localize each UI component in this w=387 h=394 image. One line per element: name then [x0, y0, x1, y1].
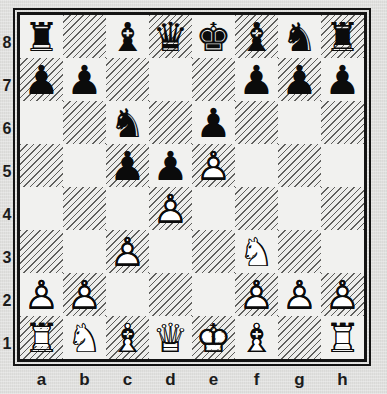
rank-label-5: 5: [0, 150, 14, 193]
file-label-f: f: [235, 370, 278, 390]
rank-label-4: 4: [0, 193, 14, 236]
square-c8: ♝: [106, 15, 149, 58]
square-e6: ♟: [192, 101, 235, 144]
file-label-c: c: [106, 370, 149, 390]
square-b7: ♟: [63, 58, 106, 101]
square-d6: [149, 101, 192, 144]
file-label-a: a: [20, 370, 63, 390]
file-label-g: g: [278, 370, 321, 390]
piece-white-queen: ♕: [149, 316, 192, 359]
square-c7: [106, 58, 149, 101]
file-label-d: d: [149, 370, 192, 390]
square-c3: ♟♙: [106, 230, 149, 273]
square-f1: ♝♗: [235, 316, 278, 359]
square-d7: [149, 58, 192, 101]
piece-black-pawn: ♟: [20, 58, 63, 101]
square-b6: [63, 101, 106, 144]
square-e3: [192, 230, 235, 273]
square-h1: ♜♖: [321, 316, 364, 359]
square-h2: ♟♙: [321, 273, 364, 316]
file-label-e: e: [192, 370, 235, 390]
square-a6: [20, 101, 63, 144]
file-labels: abcdefgh: [20, 370, 364, 390]
rank-label-3: 3: [0, 236, 14, 279]
square-h5: [321, 144, 364, 187]
square-h6: [321, 101, 364, 144]
square-g4: [278, 187, 321, 230]
rank-label-2: 2: [0, 279, 14, 322]
square-f5: [235, 144, 278, 187]
square-f7: ♟: [235, 58, 278, 101]
piece-white-pawn: ♙: [106, 230, 149, 273]
square-g6: [278, 101, 321, 144]
piece-black-bishop: ♝: [106, 15, 149, 58]
square-a4: [20, 187, 63, 230]
square-a3: [20, 230, 63, 273]
square-a7: ♟: [20, 58, 63, 101]
square-f8: ♝: [235, 15, 278, 58]
square-g8: ♞: [278, 15, 321, 58]
square-c4: [106, 187, 149, 230]
piece-white-rook: ♖: [321, 316, 364, 359]
file-label-b: b: [63, 370, 106, 390]
square-g5: [278, 144, 321, 187]
square-g1: [278, 316, 321, 359]
rank-label-7: 7: [0, 64, 14, 107]
rank-label-1: 1: [0, 322, 14, 365]
square-f3: ♞♘: [235, 230, 278, 273]
piece-white-rook: ♖: [20, 316, 63, 359]
square-g2: ♟♙: [278, 273, 321, 316]
square-c6: ♞: [106, 101, 149, 144]
square-e4: [192, 187, 235, 230]
square-c2: [106, 273, 149, 316]
square-g7: ♟: [278, 58, 321, 101]
square-b1: ♞♘: [63, 316, 106, 359]
square-f4: [235, 187, 278, 230]
square-g3: [278, 230, 321, 273]
piece-black-king: ♚: [192, 15, 235, 58]
piece-black-pawn: ♟: [278, 58, 321, 101]
square-b5: [63, 144, 106, 187]
square-h8: ♜: [321, 15, 364, 58]
square-b2: ♟♙: [63, 273, 106, 316]
square-h7: ♟: [321, 58, 364, 101]
square-f6: [235, 101, 278, 144]
piece-black-pawn: ♟: [149, 144, 192, 187]
piece-black-pawn: ♟: [235, 58, 278, 101]
square-f2: ♟♙: [235, 273, 278, 316]
piece-black-pawn: ♟: [321, 58, 364, 101]
square-a1: ♜♖: [20, 316, 63, 359]
square-h4: [321, 187, 364, 230]
square-a5: [20, 144, 63, 187]
piece-black-knight: ♞: [106, 101, 149, 144]
piece-white-knight: ♘: [235, 230, 278, 273]
square-c5: ♟: [106, 144, 149, 187]
piece-white-pawn: ♙: [321, 273, 364, 316]
piece-white-pawn: ♙: [192, 144, 235, 187]
square-e7: [192, 58, 235, 101]
square-d8: ♛: [149, 15, 192, 58]
square-d4: ♟♙: [149, 187, 192, 230]
piece-black-bishop: ♝: [235, 15, 278, 58]
chess-board: ♜♝♛♚♝♞♜♟♟♟♟♟♞♟♟♟♟♙♟♙♟♙♞♘♟♙♟♙♟♙♟♙♟♙♜♖♞♘♝♗…: [13, 8, 371, 366]
piece-black-rook: ♜: [321, 15, 364, 58]
rank-labels: 87654321: [0, 21, 14, 365]
piece-white-pawn: ♙: [278, 273, 321, 316]
piece-white-pawn: ♙: [149, 187, 192, 230]
square-e8: ♚: [192, 15, 235, 58]
square-a2: ♟♙: [20, 273, 63, 316]
piece-black-pawn: ♟: [192, 101, 235, 144]
square-d2: [149, 273, 192, 316]
rank-label-8: 8: [0, 21, 14, 64]
piece-black-pawn: ♟: [106, 144, 149, 187]
square-d3: [149, 230, 192, 273]
piece-white-pawn: ♙: [63, 273, 106, 316]
piece-white-bishop: ♗: [106, 316, 149, 359]
square-c1: ♝♗: [106, 316, 149, 359]
square-a8: ♜: [20, 15, 63, 58]
square-e1: ♚♔: [192, 316, 235, 359]
square-b4: [63, 187, 106, 230]
piece-white-king: ♔: [192, 316, 235, 359]
square-e2: [192, 273, 235, 316]
piece-black-queen: ♛: [149, 15, 192, 58]
square-d5: ♟: [149, 144, 192, 187]
file-label-h: h: [321, 370, 364, 390]
board-inner-border: ♜♝♛♚♝♞♜♟♟♟♟♟♞♟♟♟♟♙♟♙♟♙♞♘♟♙♟♙♟♙♟♙♟♙♜♖♞♘♝♗…: [17, 12, 367, 362]
board-grid: ♜♝♛♚♝♞♜♟♟♟♟♟♞♟♟♟♟♙♟♙♟♙♞♘♟♙♟♙♟♙♟♙♟♙♜♖♞♘♝♗…: [20, 15, 364, 359]
piece-white-pawn: ♙: [235, 273, 278, 316]
square-d1: ♛♕: [149, 316, 192, 359]
rank-label-6: 6: [0, 107, 14, 150]
piece-white-bishop: ♗: [235, 316, 278, 359]
piece-white-pawn: ♙: [20, 273, 63, 316]
square-b8: [63, 15, 106, 58]
piece-white-knight: ♘: [63, 316, 106, 359]
piece-black-rook: ♜: [20, 15, 63, 58]
piece-black-pawn: ♟: [63, 58, 106, 101]
square-e5: ♟♙: [192, 144, 235, 187]
piece-black-knight: ♞: [278, 15, 321, 58]
square-b3: [63, 230, 106, 273]
square-h3: [321, 230, 364, 273]
